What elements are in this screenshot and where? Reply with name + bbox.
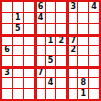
- sudoku-cell-r7c4[interactable]: 7: [35, 67, 45, 77]
- sudoku-cell-r7c9[interactable]: [89, 67, 99, 77]
- sudoku-cell-r6c1[interactable]: [2, 56, 12, 66]
- sudoku-cell-r4c6[interactable]: 2: [56, 35, 66, 45]
- sudoku-cell-r4c7[interactable]: 7: [67, 35, 77, 45]
- sudoku-cell-r2c8[interactable]: [78, 13, 88, 23]
- sudoku-cell-r5c3[interactable]: [24, 46, 34, 56]
- sudoku-cell-r7c2[interactable]: [13, 67, 23, 77]
- sudoku-cell-r5c8[interactable]: [78, 46, 88, 56]
- sudoku-cell-r2c7[interactable]: [67, 13, 77, 23]
- sudoku-cell-r3c9[interactable]: [89, 24, 99, 34]
- sudoku-cell-r9c9[interactable]: [89, 89, 99, 99]
- sudoku-cell-r1c2[interactable]: [13, 2, 23, 12]
- sudoku-cell-r3c4[interactable]: [35, 24, 45, 34]
- sudoku-cell-r9c1[interactable]: [2, 89, 12, 99]
- sudoku-cell-r8c3[interactable]: [24, 78, 34, 88]
- sudoku-cell-r4c5[interactable]: 1: [46, 35, 56, 45]
- sudoku-cell-r8c4[interactable]: [35, 78, 45, 88]
- sudoku-cell-r4c4[interactable]: [35, 35, 45, 45]
- sudoku-cell-r1c8[interactable]: [78, 2, 88, 12]
- sudoku-cell-r4c3[interactable]: [24, 35, 34, 45]
- sudoku-cell-r3c6[interactable]: [56, 24, 66, 34]
- sudoku-board: 63414512762537481: [0, 0, 101, 101]
- sudoku-cell-r2c5[interactable]: [46, 13, 56, 23]
- sudoku-cell-r7c6[interactable]: [56, 67, 66, 77]
- sudoku-cell-r1c9[interactable]: 4: [89, 2, 99, 12]
- sudoku-cell-r1c4[interactable]: 6: [35, 2, 45, 12]
- sudoku-cell-r3c3[interactable]: [24, 24, 34, 34]
- sudoku-cell-r5c5[interactable]: [46, 46, 56, 56]
- sudoku-cell-r4c9[interactable]: [89, 35, 99, 45]
- sudoku-cell-r8c7[interactable]: [67, 78, 77, 88]
- sudoku-cell-r1c5[interactable]: [46, 2, 56, 12]
- sudoku-cell-r9c5[interactable]: [46, 89, 56, 99]
- sudoku-cell-r3c1[interactable]: [2, 24, 12, 34]
- sudoku-cell-r7c1[interactable]: 3: [2, 67, 12, 77]
- sudoku-cell-r6c8[interactable]: [78, 56, 88, 66]
- sudoku-cell-r2c6[interactable]: [56, 13, 66, 23]
- sudoku-cell-r2c3[interactable]: [24, 13, 34, 23]
- sudoku-cell-r8c8[interactable]: 8: [78, 78, 88, 88]
- sudoku-cell-r9c8[interactable]: 1: [78, 89, 88, 99]
- sudoku-cell-r4c2[interactable]: [13, 35, 23, 45]
- sudoku-cell-r7c3[interactable]: [24, 67, 34, 77]
- sudoku-cell-r6c7[interactable]: [67, 56, 77, 66]
- sudoku-cell-r1c1[interactable]: [2, 2, 12, 12]
- sudoku-cell-r1c3[interactable]: [24, 2, 34, 12]
- sudoku-cell-r3c5[interactable]: [46, 24, 56, 34]
- sudoku-cell-r5c9[interactable]: [89, 46, 99, 56]
- sudoku-cell-r1c7[interactable]: 3: [67, 2, 77, 12]
- sudoku-cell-r3c8[interactable]: [78, 24, 88, 34]
- sudoku-cell-r9c2[interactable]: [13, 89, 23, 99]
- sudoku-cell-r3c2[interactable]: 5: [13, 24, 23, 34]
- sudoku-cell-r2c4[interactable]: 4: [35, 13, 45, 23]
- sudoku-cell-r7c7[interactable]: [67, 67, 77, 77]
- sudoku-cell-r5c4[interactable]: [35, 46, 45, 56]
- sudoku-cell-r6c3[interactable]: [24, 56, 34, 66]
- sudoku-cell-r8c6[interactable]: [56, 78, 66, 88]
- sudoku-cell-r9c4[interactable]: [35, 89, 45, 99]
- sudoku-cell-r5c2[interactable]: [13, 46, 23, 56]
- sudoku-cell-r5c1[interactable]: 6: [2, 46, 12, 56]
- sudoku-cell-r6c6[interactable]: [56, 56, 66, 66]
- sudoku-cell-r8c2[interactable]: [13, 78, 23, 88]
- sudoku-cell-r4c1[interactable]: [2, 35, 12, 45]
- sudoku-cell-r5c6[interactable]: [56, 46, 66, 56]
- sudoku-cell-r9c7[interactable]: [67, 89, 77, 99]
- sudoku-cell-r2c1[interactable]: [2, 13, 12, 23]
- sudoku-cell-r8c1[interactable]: [2, 78, 12, 88]
- sudoku-cell-r7c5[interactable]: [46, 67, 56, 77]
- sudoku-cell-r6c2[interactable]: [13, 56, 23, 66]
- sudoku-cell-r6c9[interactable]: [89, 56, 99, 66]
- sudoku-cell-r1c6[interactable]: [56, 2, 66, 12]
- sudoku-cell-r8c9[interactable]: [89, 78, 99, 88]
- sudoku-cell-r4c8[interactable]: [78, 35, 88, 45]
- sudoku-cell-r6c5[interactable]: 5: [46, 56, 56, 66]
- sudoku-cell-r2c9[interactable]: [89, 13, 99, 23]
- sudoku-cell-r9c6[interactable]: [56, 89, 66, 99]
- sudoku-cell-r9c3[interactable]: [24, 89, 34, 99]
- sudoku-cell-r7c8[interactable]: [78, 67, 88, 77]
- sudoku-cell-r3c7[interactable]: [67, 24, 77, 34]
- sudoku-cell-r2c2[interactable]: 1: [13, 13, 23, 23]
- sudoku-cell-r6c4[interactable]: [35, 56, 45, 66]
- sudoku-cell-r8c5[interactable]: 4: [46, 78, 56, 88]
- sudoku-cell-r5c7[interactable]: 2: [67, 46, 77, 56]
